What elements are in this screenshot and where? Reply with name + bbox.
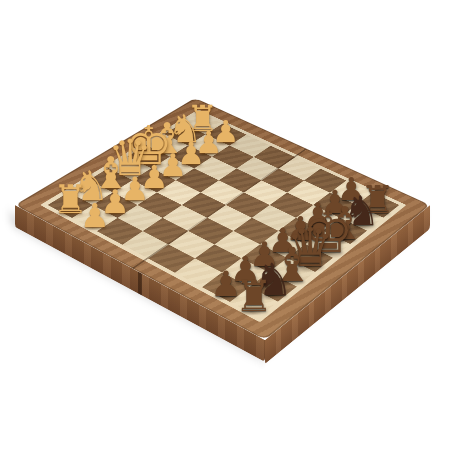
chess-board	[15, 98, 430, 340]
product-photo-canvas: ♜♞♝♛♚♝♞♜♟♟♟♟♟♟♟♟♟♟♟♟♟♟♟♟♜♞♝♛♚♝♞♜	[0, 0, 450, 450]
